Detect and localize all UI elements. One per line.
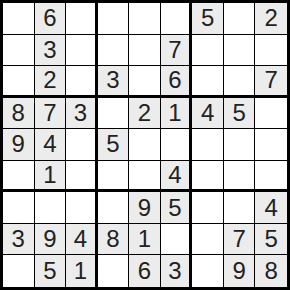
cell-r1c5[interactable] [129, 3, 161, 35]
cell-r2c9[interactable] [255, 35, 287, 67]
cell-r5c3[interactable] [66, 129, 98, 161]
cell-r4c3: 3 [66, 98, 98, 130]
cell-r1c7: 5 [192, 3, 224, 35]
cell-r7c5: 9 [129, 192, 161, 224]
cell-r8c2: 9 [35, 224, 67, 256]
cell-r7c9: 4 [255, 192, 287, 224]
cell-r9c4[interactable] [98, 255, 130, 287]
cell-r3c4: 3 [98, 66, 130, 98]
cell-r3c8[interactable] [224, 66, 256, 98]
cell-r8c3: 4 [66, 224, 98, 256]
cell-r3c5[interactable] [129, 66, 161, 98]
cell-r7c7[interactable] [192, 192, 224, 224]
cell-r2c1[interactable] [3, 35, 35, 67]
cell-r9c3: 1 [66, 255, 98, 287]
cell-r5c9[interactable] [255, 129, 287, 161]
cell-r6c1[interactable] [3, 161, 35, 193]
cell-r6c5[interactable] [129, 161, 161, 193]
cell-r5c2: 4 [35, 129, 67, 161]
cell-r4c6: 1 [161, 98, 193, 130]
cell-r5c8[interactable] [224, 129, 256, 161]
cell-r8c8: 7 [224, 224, 256, 256]
cell-r5c4: 5 [98, 129, 130, 161]
cell-r6c7[interactable] [192, 161, 224, 193]
cell-r3c1[interactable] [3, 66, 35, 98]
cell-r2c2: 3 [35, 35, 67, 67]
cell-r3c9: 7 [255, 66, 287, 98]
cell-r9c7[interactable] [192, 255, 224, 287]
cell-r9c1[interactable] [3, 255, 35, 287]
cell-r3c3[interactable] [66, 66, 98, 98]
cell-r8c4: 8 [98, 224, 130, 256]
cell-r9c6: 3 [161, 255, 193, 287]
cell-r2c8[interactable] [224, 35, 256, 67]
cell-r6c9[interactable] [255, 161, 287, 193]
cell-r1c2: 6 [35, 3, 67, 35]
cell-r4c7: 4 [192, 98, 224, 130]
cell-r1c9: 2 [255, 3, 287, 35]
cell-r5c7[interactable] [192, 129, 224, 161]
cell-r6c8[interactable] [224, 161, 256, 193]
cell-r8c5: 1 [129, 224, 161, 256]
cell-r9c8: 9 [224, 255, 256, 287]
cell-r8c6[interactable] [161, 224, 193, 256]
cell-r6c3[interactable] [66, 161, 98, 193]
cell-r2c4[interactable] [98, 35, 130, 67]
sudoku-board: 6523723678732145945149543948175516398 [0, 0, 290, 290]
cell-r7c1[interactable] [3, 192, 35, 224]
cell-r1c1[interactable] [3, 3, 35, 35]
cell-r7c8[interactable] [224, 192, 256, 224]
cell-r6c6: 4 [161, 161, 193, 193]
cell-r4c9[interactable] [255, 98, 287, 130]
cell-r7c6: 5 [161, 192, 193, 224]
cell-r6c4[interactable] [98, 161, 130, 193]
cell-r3c7[interactable] [192, 66, 224, 98]
cell-r8c9: 5 [255, 224, 287, 256]
cell-r2c6: 7 [161, 35, 193, 67]
cell-r7c3[interactable] [66, 192, 98, 224]
cell-r5c5[interactable] [129, 129, 161, 161]
cell-r3c6: 6 [161, 66, 193, 98]
cell-r2c3[interactable] [66, 35, 98, 67]
cell-r5c1: 9 [3, 129, 35, 161]
cell-r1c8[interactable] [224, 3, 256, 35]
cell-r1c4[interactable] [98, 3, 130, 35]
cell-r4c1: 8 [3, 98, 35, 130]
cell-r6c2: 1 [35, 161, 67, 193]
cell-r4c4[interactable] [98, 98, 130, 130]
cell-r9c2: 5 [35, 255, 67, 287]
cell-r9c9: 8 [255, 255, 287, 287]
cell-r2c5[interactable] [129, 35, 161, 67]
cell-r8c1: 3 [3, 224, 35, 256]
cell-r4c5: 2 [129, 98, 161, 130]
cell-r1c3[interactable] [66, 3, 98, 35]
cell-r1c6[interactable] [161, 3, 193, 35]
cell-r4c8: 5 [224, 98, 256, 130]
cell-r2c7[interactable] [192, 35, 224, 67]
cell-r3c2: 2 [35, 66, 67, 98]
cell-r4c2: 7 [35, 98, 67, 130]
cell-r8c7[interactable] [192, 224, 224, 256]
cell-r7c4[interactable] [98, 192, 130, 224]
cell-r7c2[interactable] [35, 192, 67, 224]
cell-r9c5: 6 [129, 255, 161, 287]
cell-r5c6[interactable] [161, 129, 193, 161]
